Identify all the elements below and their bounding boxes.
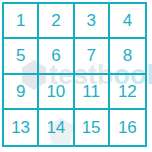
grid-cell-2: 2 xyxy=(39,4,74,39)
grid-cell-10: 10 xyxy=(39,75,74,110)
grid-cell-14: 14 xyxy=(39,110,74,145)
number-grid: 12345678910111213141516 xyxy=(2,2,147,147)
grid-cell-8: 8 xyxy=(110,39,145,74)
grid-cell-5: 5 xyxy=(4,39,39,74)
grid-cell-15: 15 xyxy=(75,110,110,145)
grid-cell-6: 6 xyxy=(39,39,74,74)
grid-cell-13: 13 xyxy=(4,110,39,145)
grid-cell-12: 12 xyxy=(110,75,145,110)
grid-cell-7: 7 xyxy=(75,39,110,74)
grid-cell-3: 3 xyxy=(75,4,110,39)
puzzle-diagram: testbook 12345678910111213141516 xyxy=(0,0,152,152)
grid-cell-1: 1 xyxy=(4,4,39,39)
grid-cell-11: 11 xyxy=(75,75,110,110)
grid-cell-9: 9 xyxy=(4,75,39,110)
grid-cell-4: 4 xyxy=(110,4,145,39)
grid-cell-16: 16 xyxy=(110,110,145,145)
